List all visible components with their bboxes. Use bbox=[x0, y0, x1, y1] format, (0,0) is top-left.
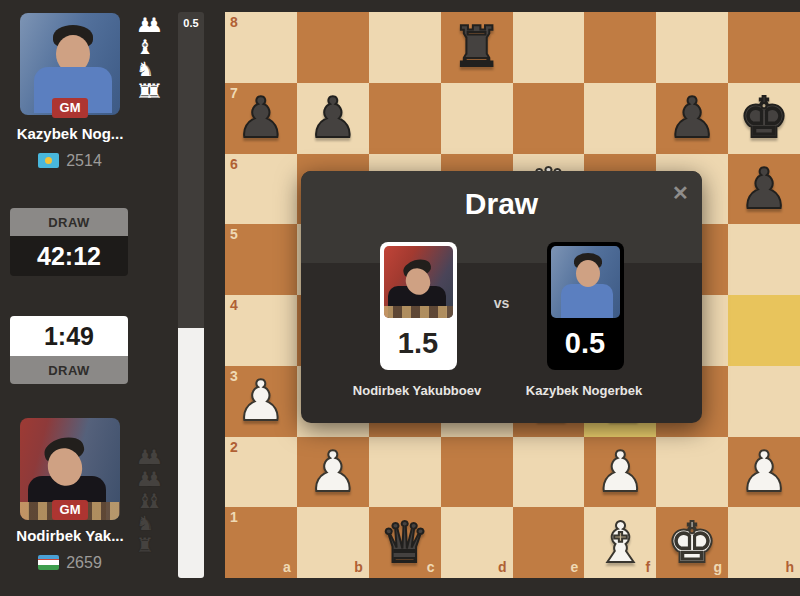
captured-knight-icon: ♞ bbox=[136, 512, 168, 534]
square-a8[interactable]: 8 bbox=[225, 12, 297, 83]
square-f2[interactable]: ♟ bbox=[584, 437, 656, 508]
square-h5[interactable] bbox=[728, 224, 800, 295]
vs-label: vs bbox=[301, 295, 702, 311]
rank-label-6: 6 bbox=[230, 156, 238, 172]
square-h7[interactable]: ♚ bbox=[728, 83, 800, 154]
square-c2[interactable] bbox=[369, 437, 441, 508]
draw-offer-button-top[interactable]: DRAW bbox=[10, 208, 128, 236]
captured-rook-icon: ♜ bbox=[136, 534, 168, 556]
piece-white-pawn[interactable]: ♟ bbox=[225, 366, 297, 437]
square-b1[interactable]: b bbox=[297, 507, 369, 578]
top-clock-card: DRAW 42:12 bbox=[10, 208, 128, 276]
kazakhstan-flag-icon bbox=[38, 153, 59, 168]
square-g1[interactable]: g♚ bbox=[656, 507, 728, 578]
piece-black-pawn[interactable]: ♟ bbox=[728, 154, 800, 225]
piece-black-pawn[interactable]: ♟ bbox=[225, 83, 297, 154]
captured-black-pieces-tray: ♟♟♟♟♝♝♞♜ bbox=[136, 446, 168, 556]
piece-black-queen[interactable]: ♛ bbox=[369, 507, 441, 578]
square-e8[interactable] bbox=[513, 12, 585, 83]
sidebar: GM Kazybek Nog... 2514 ♟♟♝♞♜♜ DRAW 42:12… bbox=[0, 0, 176, 596]
square-e7[interactable] bbox=[513, 83, 585, 154]
black-player-score: 0.5 bbox=[547, 318, 624, 368]
file-label-h: h bbox=[785, 559, 794, 575]
piece-white-king[interactable]: ♚ bbox=[656, 507, 728, 578]
square-g2[interactable] bbox=[656, 437, 728, 508]
rank-label-1: 1 bbox=[230, 509, 238, 525]
dialog-title: Draw bbox=[301, 187, 702, 221]
captured-bishop-pair-icon: ♝♝ bbox=[136, 490, 168, 512]
evaluation-white-segment bbox=[178, 328, 204, 578]
game-page: GM Kazybek Nog... 2514 ♟♟♝♞♜♜ DRAW 42:12… bbox=[0, 0, 800, 596]
square-a7[interactable]: 7♟ bbox=[225, 83, 297, 154]
square-h8[interactable] bbox=[728, 12, 800, 83]
square-d2[interactable] bbox=[441, 437, 513, 508]
square-e2[interactable] bbox=[513, 437, 585, 508]
evaluation-bar: 0.5 bbox=[178, 12, 204, 578]
bottom-player-title-badge: GM bbox=[52, 500, 88, 520]
square-d1[interactable]: d bbox=[441, 507, 513, 578]
piece-white-pawn[interactable]: ♟ bbox=[728, 437, 800, 508]
captured-pawn-pair-icon: ♟♟ bbox=[136, 468, 168, 490]
rank-label-2: 2 bbox=[230, 439, 238, 455]
top-player-title-badge: GM bbox=[52, 98, 88, 118]
top-player-rating-row: 2514 bbox=[0, 152, 140, 170]
black-player-full-name: Kazybek Nogerbek bbox=[484, 383, 684, 398]
bottom-clock-card: 1:49 DRAW bbox=[10, 316, 128, 384]
captured-white-pieces-tray: ♟♟♝♞♜♜ bbox=[136, 14, 168, 102]
square-a4[interactable]: 4 bbox=[225, 295, 297, 366]
uzbekistan-flag-icon bbox=[38, 555, 59, 570]
captured-pawn-pair-icon: ♟♟ bbox=[136, 14, 168, 36]
square-a1[interactable]: 1a bbox=[225, 507, 297, 578]
white-player-score: 1.5 bbox=[380, 318, 457, 368]
file-label-b: b bbox=[354, 559, 363, 575]
square-b2[interactable]: ♟ bbox=[297, 437, 369, 508]
piece-black-king[interactable]: ♚ bbox=[728, 83, 800, 154]
close-icon[interactable]: ✕ bbox=[666, 179, 692, 205]
captured-bishop-icon: ♝ bbox=[136, 36, 168, 58]
piece-black-pawn[interactable]: ♟ bbox=[297, 83, 369, 154]
square-d7[interactable] bbox=[441, 83, 513, 154]
square-h3[interactable] bbox=[728, 366, 800, 437]
piece-white-pawn[interactable]: ♟ bbox=[297, 437, 369, 508]
draw-offer-button-bottom[interactable]: DRAW bbox=[10, 356, 128, 384]
rank-label-8: 8 bbox=[230, 14, 238, 30]
square-d8[interactable]: ♜ bbox=[441, 12, 513, 83]
file-label-d: d bbox=[498, 559, 507, 575]
square-f8[interactable] bbox=[584, 12, 656, 83]
piece-black-rook[interactable]: ♜ bbox=[441, 12, 513, 83]
square-h2[interactable]: ♟ bbox=[728, 437, 800, 508]
rank-label-5: 5 bbox=[230, 226, 238, 242]
square-b8[interactable] bbox=[297, 12, 369, 83]
bottom-player-rating-row: 2659 bbox=[0, 554, 140, 572]
bottom-player-clock: 1:49 bbox=[10, 316, 128, 356]
piece-black-pawn[interactable]: ♟ bbox=[656, 83, 728, 154]
square-c1[interactable]: c♛ bbox=[369, 507, 441, 578]
file-label-e: e bbox=[571, 559, 579, 575]
evaluation-score: 0.5 bbox=[178, 17, 204, 29]
square-a3[interactable]: 3♟ bbox=[225, 366, 297, 437]
square-g8[interactable] bbox=[656, 12, 728, 83]
rank-label-4: 4 bbox=[230, 297, 238, 313]
square-h1[interactable]: h bbox=[728, 507, 800, 578]
square-f1[interactable]: f♝ bbox=[584, 507, 656, 578]
piece-white-bishop[interactable]: ♝ bbox=[584, 507, 656, 578]
evaluation-black-segment bbox=[178, 12, 204, 328]
draw-dialog: Draw ✕ 1.5 0.5 vs bbox=[301, 171, 702, 423]
top-player-name[interactable]: Kazybek Nog... bbox=[0, 125, 140, 142]
square-h4[interactable] bbox=[728, 295, 800, 366]
bottom-player-rating: 2659 bbox=[66, 554, 102, 571]
square-a6[interactable]: 6 bbox=[225, 154, 297, 225]
top-player-clock: 42:12 bbox=[10, 236, 128, 276]
square-a5[interactable]: 5 bbox=[225, 224, 297, 295]
square-h6[interactable]: ♟ bbox=[728, 154, 800, 225]
piece-white-pawn[interactable]: ♟ bbox=[584, 437, 656, 508]
square-e1[interactable]: e bbox=[513, 507, 585, 578]
square-b7[interactable]: ♟ bbox=[297, 83, 369, 154]
square-c7[interactable] bbox=[369, 83, 441, 154]
bottom-player-name[interactable]: Nodirbek Yak... bbox=[0, 527, 140, 544]
captured-rook-pair-icon: ♜♜ bbox=[136, 80, 168, 102]
square-a2[interactable]: 2 bbox=[225, 437, 297, 508]
captured-knight-icon: ♞ bbox=[136, 58, 168, 80]
captured-pawn-pair-icon: ♟♟ bbox=[136, 446, 168, 468]
square-c8[interactable] bbox=[369, 12, 441, 83]
top-player-rating: 2514 bbox=[66, 152, 102, 169]
square-g7[interactable]: ♟ bbox=[656, 83, 728, 154]
square-f7[interactable] bbox=[584, 83, 656, 154]
file-label-a: a bbox=[283, 559, 291, 575]
